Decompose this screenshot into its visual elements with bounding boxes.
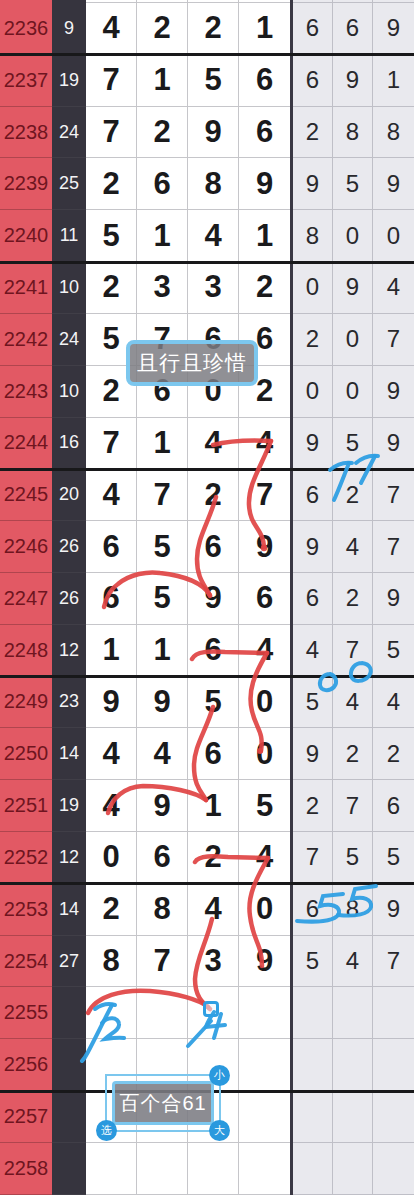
- table-row-2237: 2237197156691: [0, 55, 414, 107]
- draw-digit: 0: [86, 832, 137, 884]
- draw-digit: [137, 987, 188, 1039]
- table-row-2252: 2252120624755: [0, 832, 414, 884]
- test-digit: 7: [373, 314, 414, 366]
- draw-digit: 5: [188, 55, 239, 107]
- draw-digit: 3: [188, 262, 239, 314]
- table-row-2249: 2249239950544: [0, 677, 414, 729]
- test-digit: 4: [333, 521, 373, 573]
- draw-digit: 8: [86, 936, 137, 988]
- test-digit: 8: [373, 107, 414, 159]
- note-textbox-baigehe-label: 百个合61: [119, 1090, 206, 1117]
- test-digit: 9: [333, 55, 373, 107]
- test-digit: [293, 1039, 333, 1091]
- table-row-2253: 2253142840689: [0, 884, 414, 936]
- draw-digit: 9: [239, 521, 290, 573]
- table-row-2255: 2255: [0, 987, 414, 1039]
- table-row-2251: 2251194915276: [0, 780, 414, 832]
- draw-digit: 1: [239, 3, 290, 55]
- test-digit: 9: [373, 884, 414, 936]
- draw-digit: 2: [188, 832, 239, 884]
- issue-number: 2237: [0, 55, 52, 107]
- test-digit: 0: [333, 314, 373, 366]
- test-digit: [333, 1143, 373, 1195]
- test-digit: 2: [333, 728, 373, 780]
- test-digit: 2: [373, 728, 414, 780]
- issue-number: 2244: [0, 418, 52, 470]
- draw-digit: 3: [137, 262, 188, 314]
- test-digit: 0: [293, 262, 333, 314]
- test-digit: 0: [333, 210, 373, 262]
- draw-digit: 0: [239, 728, 290, 780]
- sum-value: 27: [52, 936, 86, 988]
- sum-value: 14: [52, 728, 86, 780]
- sum-value: 26: [52, 521, 86, 573]
- test-digit: 7: [373, 936, 414, 988]
- issue-number: 2236: [0, 3, 52, 55]
- draw-digit: 4: [188, 884, 239, 936]
- test-digit: [373, 1143, 414, 1195]
- sum-value: 12: [52, 832, 86, 884]
- test-digit: [333, 987, 373, 1039]
- draw-digit: [239, 1039, 290, 1091]
- test-digit: 9: [293, 728, 333, 780]
- test-digit: 9: [293, 418, 333, 470]
- test-digit: 7: [373, 521, 414, 573]
- test-digit: 8: [333, 884, 373, 936]
- sum-value: 24: [52, 314, 86, 366]
- note-textbox-qiexing[interactable]: 且行且珍惜: [126, 340, 258, 386]
- draw-digit: 4: [137, 728, 188, 780]
- draw-digit: 1: [137, 55, 188, 107]
- test-digit: 7: [333, 625, 373, 677]
- draw-digit: 2: [239, 262, 290, 314]
- test-digit: 4: [373, 677, 414, 729]
- draw-digit: 2: [86, 158, 137, 210]
- test-digit: 9: [373, 418, 414, 470]
- issue-number: 2245: [0, 469, 52, 521]
- note-textbox-qiexing-label: 且行且珍惜: [137, 349, 247, 377]
- issue-number: 2253: [0, 884, 52, 936]
- sum-value: [52, 1039, 86, 1091]
- draw-digit: 4: [239, 418, 290, 470]
- draw-digit: 7: [86, 107, 137, 159]
- draw-digit: 7: [137, 936, 188, 988]
- draw-digit: [86, 987, 137, 1039]
- sum-value: [52, 987, 86, 1039]
- test-digit: 6: [293, 573, 333, 625]
- test-digit: 7: [293, 832, 333, 884]
- sum-value: [52, 1091, 86, 1143]
- sum-value: 10: [52, 262, 86, 314]
- draw-digit: 9: [137, 780, 188, 832]
- draw-digit: 1: [188, 780, 239, 832]
- issue-number: 2257: [0, 1091, 52, 1143]
- test-digit: 9: [293, 158, 333, 210]
- chart-rows: 2236942216692237197156691223824729628822…: [0, 3, 414, 1195]
- issue-number: 2241: [0, 262, 52, 314]
- draw-digit: 8: [188, 158, 239, 210]
- test-digit: 1: [373, 55, 414, 107]
- draw-digit: 6: [137, 832, 188, 884]
- draw-digit: 9: [137, 677, 188, 729]
- sum-value: 16: [52, 418, 86, 470]
- draw-digit: 4: [188, 210, 239, 262]
- draw-digit: 7: [86, 418, 137, 470]
- test-digit: 9: [373, 158, 414, 210]
- sum-value: 12: [52, 625, 86, 677]
- draw-digit: [188, 1143, 239, 1195]
- draw-digit: 2: [86, 884, 137, 936]
- draw-digit: 1: [137, 210, 188, 262]
- note-textbox-baigehe[interactable]: 百个合61: [112, 1081, 214, 1125]
- draw-digit: 5: [137, 573, 188, 625]
- table-row-2241: 2241102332094: [0, 262, 414, 314]
- draw-digit: 2: [137, 3, 188, 55]
- test-digit: [293, 1091, 333, 1143]
- note-textbox-baigehe-frame[interactable]: 百个合61 小 大 选: [105, 1074, 221, 1132]
- table-row-2238: 2238247296288: [0, 107, 414, 159]
- draw-digit: 5: [137, 521, 188, 573]
- sum-value: 14: [52, 884, 86, 936]
- table-row-2246: 2246266569947: [0, 521, 414, 573]
- enlarge-handle[interactable]: 大: [209, 1120, 230, 1141]
- draw-digit: 9: [86, 677, 137, 729]
- select-handle[interactable]: 选: [96, 1120, 117, 1141]
- test-digit: 7: [333, 780, 373, 832]
- draw-digit: 7: [239, 469, 290, 521]
- draw-digit: [239, 1143, 290, 1195]
- issue-number: 2248: [0, 625, 52, 677]
- table-row-2244: 2244167144959: [0, 418, 414, 470]
- test-digit: 2: [293, 314, 333, 366]
- draw-digit: 6: [239, 573, 290, 625]
- draw-digit: [239, 1091, 290, 1143]
- draw-digit: 9: [188, 573, 239, 625]
- draw-digit: 3: [188, 936, 239, 988]
- table-row-2250: 2250144460922: [0, 728, 414, 780]
- test-digit: 0: [333, 366, 373, 418]
- test-digit: 4: [293, 625, 333, 677]
- table-row-2240: 2240115141800: [0, 210, 414, 262]
- test-digit: 9: [373, 366, 414, 418]
- draw-digit: 5: [239, 780, 290, 832]
- test-digit: 6: [293, 469, 333, 521]
- draw-digit: 5: [188, 677, 239, 729]
- test-digit: 5: [373, 832, 414, 884]
- issue-number: 2246: [0, 521, 52, 573]
- draw-digit: 6: [239, 107, 290, 159]
- issue-number: 2239: [0, 158, 52, 210]
- sum-value: 19: [52, 55, 86, 107]
- draw-digit: 4: [86, 728, 137, 780]
- draw-digit: 1: [137, 625, 188, 677]
- test-digit: 6: [373, 780, 414, 832]
- draw-digit: 9: [188, 107, 239, 159]
- issue-number: 2243: [0, 366, 52, 418]
- draw-digit: 6: [137, 158, 188, 210]
- test-digit: 9: [373, 3, 414, 55]
- draw-digit: 0: [239, 884, 290, 936]
- test-digit: [293, 1143, 333, 1195]
- test-digit: [293, 987, 333, 1039]
- draw-digit: [239, 987, 290, 1039]
- draw-digit: 6: [188, 728, 239, 780]
- test-digit: 5: [293, 936, 333, 988]
- test-digit: 4: [333, 936, 373, 988]
- draw-digit: 6: [86, 521, 137, 573]
- draw-digit: 4: [239, 832, 290, 884]
- test-digit: 2: [333, 573, 373, 625]
- draw-digit: 9: [239, 158, 290, 210]
- draw-digit: 9: [239, 936, 290, 988]
- test-digit: 2: [333, 469, 373, 521]
- issue-number: 2256: [0, 1039, 52, 1091]
- test-digit: 9: [333, 262, 373, 314]
- issue-number: 2251: [0, 780, 52, 832]
- test-digit: [333, 1091, 373, 1143]
- issue-number: 2238: [0, 107, 52, 159]
- test-digit: 5: [373, 625, 414, 677]
- test-digit: 9: [293, 521, 333, 573]
- test-digit: 5: [333, 158, 373, 210]
- test-digit: [373, 1039, 414, 1091]
- draw-digit: 6: [86, 573, 137, 625]
- test-digit: 5: [333, 418, 373, 470]
- sum-value: 9: [52, 3, 86, 55]
- sum-value: 20: [52, 469, 86, 521]
- issue-number: 2249: [0, 677, 52, 729]
- test-digit: 6: [293, 884, 333, 936]
- issue-number: 2254: [0, 936, 52, 988]
- issue-number: 2258: [0, 1143, 52, 1195]
- table-row-2239: 2239252689959: [0, 158, 414, 210]
- sum-value: 25: [52, 158, 86, 210]
- issue-number: 2255: [0, 987, 52, 1039]
- draw-digit: 4: [188, 418, 239, 470]
- test-digit: 8: [333, 107, 373, 159]
- test-digit: 5: [333, 832, 373, 884]
- table-row-2236: 223694221669: [0, 3, 414, 55]
- draw-digit: 7: [86, 55, 137, 107]
- issue-number: 2250: [0, 728, 52, 780]
- test-digit: 2: [293, 107, 333, 159]
- test-digit: [373, 987, 414, 1039]
- issue-number: 2252: [0, 832, 52, 884]
- draw-digit: 4: [86, 3, 137, 55]
- shrink-handle[interactable]: 小: [209, 1065, 230, 1086]
- table-row-2248: 2248121164475: [0, 625, 414, 677]
- draw-digit: 6: [188, 521, 239, 573]
- test-digit: 6: [293, 3, 333, 55]
- issue-number: 2247: [0, 573, 52, 625]
- draw-digit: 4: [239, 625, 290, 677]
- test-digit: 8: [293, 210, 333, 262]
- sum-value: 11: [52, 210, 86, 262]
- table-row-2254: 2254278739547: [0, 936, 414, 988]
- draw-digit: 4: [86, 780, 137, 832]
- draw-digit: 1: [86, 625, 137, 677]
- sum-value: [52, 1143, 86, 1195]
- draw-digit: 2: [137, 107, 188, 159]
- test-digit: 9: [373, 573, 414, 625]
- test-digit: 6: [293, 55, 333, 107]
- draw-digit: 6: [239, 55, 290, 107]
- test-digit: 0: [373, 210, 414, 262]
- draw-digit: 4: [86, 469, 137, 521]
- draw-digit: [137, 1143, 188, 1195]
- draw-digit: [188, 987, 239, 1039]
- draw-digit: 1: [239, 210, 290, 262]
- draw-digit: [86, 1143, 137, 1195]
- sum-value: 26: [52, 573, 86, 625]
- test-digit: [333, 1039, 373, 1091]
- sum-value: 10: [52, 366, 86, 418]
- draw-digit: 6: [188, 625, 239, 677]
- table-row-2258: 2258: [0, 1143, 414, 1195]
- draw-digit: 8: [137, 884, 188, 936]
- draw-digit: 1: [137, 418, 188, 470]
- test-digit: [373, 1091, 414, 1143]
- draw-digit: 5: [86, 210, 137, 262]
- test-digit: 5: [293, 677, 333, 729]
- test-digit: 0: [293, 366, 333, 418]
- test-digit: 4: [373, 262, 414, 314]
- draw-digit: 2: [188, 469, 239, 521]
- lottery-trend-chart: 2236942216692237197156691223824729628822…: [0, 0, 414, 1195]
- draw-digit: 2: [188, 3, 239, 55]
- table-row-2245: 2245204727627: [0, 469, 414, 521]
- test-digit: 7: [373, 469, 414, 521]
- test-digit: 4: [333, 677, 373, 729]
- sum-value: 23: [52, 677, 86, 729]
- test-digit: 2: [293, 780, 333, 832]
- draw-digit: 0: [239, 677, 290, 729]
- issue-number: 2242: [0, 314, 52, 366]
- table-row-2247: 2247266596629: [0, 573, 414, 625]
- issue-number: 2240: [0, 210, 52, 262]
- test-digit: 6: [333, 3, 373, 55]
- sum-value: 24: [52, 107, 86, 159]
- draw-digit: 2: [86, 262, 137, 314]
- draw-digit: 7: [137, 469, 188, 521]
- sum-value: 19: [52, 780, 86, 832]
